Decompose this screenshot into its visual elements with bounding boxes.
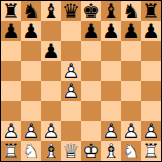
square-a1[interactable]: ♜♖ — [1, 141, 21, 161]
square-d5[interactable]: ♟♙ — [61, 61, 81, 81]
piece-white-pawn[interactable]: ♟♙ — [61, 81, 81, 101]
square-c5[interactable] — [41, 61, 61, 81]
square-a2[interactable]: ♟♙ — [1, 121, 21, 141]
piece-white-pawn[interactable]: ♟♙ — [61, 61, 81, 81]
piece-glyph: ♛ — [61, 1, 81, 21]
chess-board: ♜♞♝♛♚♝♞♜♟♟♟♟♟♟♟♟♙♟♙♟♙♟♙♟♙♟♙♟♙♟♙♜♖♞♘♝♗♛♕♚… — [0, 0, 162, 162]
piece-black-king[interactable]: ♚ — [81, 1, 101, 21]
square-f1[interactable]: ♝♗ — [101, 141, 121, 161]
square-b5[interactable] — [21, 61, 41, 81]
piece-glyph: ♟ — [81, 21, 101, 41]
piece-glyph: ♖ — [1, 141, 21, 161]
piece-glyph: ♟ — [1, 21, 21, 41]
square-e5[interactable] — [81, 61, 101, 81]
square-g8[interactable]: ♞ — [121, 1, 141, 21]
piece-black-rook[interactable]: ♜ — [1, 1, 21, 21]
square-d6[interactable] — [61, 41, 81, 61]
square-b1[interactable]: ♞♘ — [21, 141, 41, 161]
piece-white-pawn[interactable]: ♟♙ — [41, 121, 61, 141]
piece-glyph: ♝ — [41, 1, 61, 21]
piece-glyph: ♙ — [41, 121, 61, 141]
square-e2[interactable] — [81, 121, 101, 141]
piece-black-pawn[interactable]: ♟ — [1, 21, 21, 41]
square-f6[interactable] — [101, 41, 121, 61]
piece-glyph: ♞ — [121, 1, 141, 21]
piece-white-rook[interactable]: ♜♖ — [141, 141, 161, 161]
square-h3[interactable] — [141, 101, 161, 121]
square-e8[interactable]: ♚ — [81, 1, 101, 21]
square-b4[interactable] — [21, 81, 41, 101]
piece-glyph: ♕ — [61, 141, 81, 161]
piece-glyph: ♟ — [121, 21, 141, 41]
square-a3[interactable] — [1, 101, 21, 121]
piece-glyph: ♘ — [21, 141, 41, 161]
square-h1[interactable]: ♜♖ — [141, 141, 161, 161]
piece-glyph: ♟ — [41, 41, 61, 61]
piece-glyph: ♚ — [81, 1, 101, 21]
square-a4[interactable] — [1, 81, 21, 101]
piece-black-pawn[interactable]: ♟ — [121, 21, 141, 41]
piece-black-bishop[interactable]: ♝ — [101, 1, 121, 21]
square-d7[interactable] — [61, 21, 81, 41]
piece-black-pawn[interactable]: ♟ — [41, 41, 61, 61]
piece-white-pawn[interactable]: ♟♙ — [1, 121, 21, 141]
piece-glyph: ♙ — [21, 121, 41, 141]
square-f3[interactable] — [101, 101, 121, 121]
piece-glyph: ♙ — [1, 121, 21, 141]
square-g2[interactable]: ♟♙ — [121, 121, 141, 141]
square-d8[interactable]: ♛ — [61, 1, 81, 21]
square-a7[interactable]: ♟ — [1, 21, 21, 41]
piece-glyph: ♔ — [81, 141, 101, 161]
piece-white-pawn[interactable]: ♟♙ — [21, 121, 41, 141]
square-g6[interactable] — [121, 41, 141, 61]
square-c8[interactable]: ♝ — [41, 1, 61, 21]
square-f7[interactable]: ♟ — [101, 21, 121, 41]
square-e3[interactable] — [81, 101, 101, 121]
square-b3[interactable] — [21, 101, 41, 121]
square-a8[interactable]: ♜ — [1, 1, 21, 21]
square-c2[interactable]: ♟♙ — [41, 121, 61, 141]
piece-glyph: ♗ — [101, 141, 121, 161]
piece-white-bishop[interactable]: ♝♗ — [41, 141, 61, 161]
piece-glyph: ♟ — [21, 21, 41, 41]
square-b6[interactable] — [21, 41, 41, 61]
square-a5[interactable] — [1, 61, 21, 81]
piece-black-knight[interactable]: ♞ — [121, 1, 141, 21]
square-e1[interactable]: ♚♔ — [81, 141, 101, 161]
square-e7[interactable]: ♟ — [81, 21, 101, 41]
square-d2[interactable] — [61, 121, 81, 141]
piece-white-rook[interactable]: ♜♖ — [1, 141, 21, 161]
square-d3[interactable] — [61, 101, 81, 121]
square-a6[interactable] — [1, 41, 21, 61]
piece-glyph: ♜ — [141, 1, 161, 21]
square-h5[interactable] — [141, 61, 161, 81]
square-h8[interactable]: ♜ — [141, 1, 161, 21]
piece-glyph: ♙ — [141, 121, 161, 141]
piece-black-knight[interactable]: ♞ — [21, 1, 41, 21]
piece-white-pawn[interactable]: ♟♙ — [141, 121, 161, 141]
piece-glyph: ♙ — [101, 121, 121, 141]
square-c3[interactable] — [41, 101, 61, 121]
piece-white-king[interactable]: ♚♔ — [81, 141, 101, 161]
square-c4[interactable] — [41, 81, 61, 101]
piece-glyph: ♞ — [21, 1, 41, 21]
piece-white-queen[interactable]: ♛♕ — [61, 141, 81, 161]
square-f5[interactable] — [101, 61, 121, 81]
piece-glyph: ♟ — [101, 21, 121, 41]
piece-black-pawn[interactable]: ♟ — [21, 21, 41, 41]
piece-white-bishop[interactable]: ♝♗ — [101, 141, 121, 161]
square-b7[interactable]: ♟ — [21, 21, 41, 41]
piece-glyph: ♜ — [1, 1, 21, 21]
piece-glyph: ♙ — [121, 121, 141, 141]
piece-glyph: ♝ — [101, 1, 121, 21]
piece-glyph: ♗ — [41, 141, 61, 161]
square-d4[interactable]: ♟♙ — [61, 81, 81, 101]
piece-black-pawn[interactable]: ♟ — [81, 21, 101, 41]
piece-black-pawn[interactable]: ♟ — [101, 21, 121, 41]
square-g4[interactable] — [121, 81, 141, 101]
piece-black-queen[interactable]: ♛ — [61, 1, 81, 21]
square-h6[interactable] — [141, 41, 161, 61]
piece-glyph: ♙ — [61, 61, 81, 81]
square-b2[interactable]: ♟♙ — [21, 121, 41, 141]
square-c1[interactable]: ♝♗ — [41, 141, 61, 161]
piece-glyph: ♘ — [121, 141, 141, 161]
square-d1[interactable]: ♛♕ — [61, 141, 81, 161]
square-g1[interactable]: ♞♘ — [121, 141, 141, 161]
piece-white-pawn[interactable]: ♟♙ — [121, 121, 141, 141]
piece-black-pawn[interactable]: ♟ — [141, 21, 161, 41]
square-g5[interactable] — [121, 61, 141, 81]
square-g7[interactable]: ♟ — [121, 21, 141, 41]
square-f4[interactable] — [101, 81, 121, 101]
square-e6[interactable] — [81, 41, 101, 61]
square-c6[interactable]: ♟ — [41, 41, 61, 61]
piece-glyph: ♟ — [141, 21, 161, 41]
square-h7[interactable]: ♟ — [141, 21, 161, 41]
piece-glyph: ♙ — [61, 81, 81, 101]
square-c7[interactable] — [41, 21, 61, 41]
square-h4[interactable] — [141, 81, 161, 101]
piece-white-pawn[interactable]: ♟♙ — [101, 121, 121, 141]
piece-white-knight[interactable]: ♞♘ — [121, 141, 141, 161]
piece-glyph: ♖ — [141, 141, 161, 161]
piece-black-rook[interactable]: ♜ — [141, 1, 161, 21]
square-h2[interactable]: ♟♙ — [141, 121, 161, 141]
piece-black-bishop[interactable]: ♝ — [41, 1, 61, 21]
piece-white-knight[interactable]: ♞♘ — [21, 141, 41, 161]
square-e4[interactable] — [81, 81, 101, 101]
square-b8[interactable]: ♞ — [21, 1, 41, 21]
square-g3[interactable] — [121, 101, 141, 121]
square-f2[interactable]: ♟♙ — [101, 121, 121, 141]
square-f8[interactable]: ♝ — [101, 1, 121, 21]
